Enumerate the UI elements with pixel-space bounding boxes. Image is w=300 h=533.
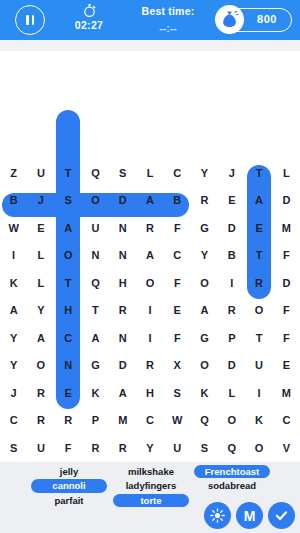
- grid-cell-r2c10[interactable]: A: [245, 187, 272, 215]
- grid-cell-r3c2[interactable]: E: [27, 214, 54, 242]
- puzzle-board: ZUTQSLCYJTLBJSODABREADWEAUNRFGDEMILONNAC…: [0, 51, 300, 462]
- grid-cell-r5c7[interactable]: F: [164, 269, 191, 297]
- pause-icon: [26, 15, 29, 25]
- grid-cell-r2c7[interactable]: B: [164, 187, 191, 215]
- coins-value: 800: [245, 9, 289, 30]
- grid-cell-r8c6[interactable]: R: [136, 352, 163, 380]
- grid-cell-r5c10[interactable]: R: [245, 269, 272, 297]
- grid-cell-r3c1[interactable]: W: [0, 214, 27, 242]
- grid-cell-r6c11[interactable]: F: [273, 297, 300, 325]
- grid-cell-r6c4[interactable]: T: [82, 297, 109, 325]
- grid-cell-r3c11[interactable]: M: [273, 214, 300, 242]
- grid-cell-r3c8[interactable]: G: [191, 214, 218, 242]
- grid-cell-r6c5[interactable]: R: [109, 297, 136, 325]
- grid-cell-r9c5[interactable]: A: [109, 379, 136, 407]
- word-item-jelly: jelly: [28, 464, 110, 479]
- grid-cell-r2c4[interactable]: O: [82, 187, 109, 215]
- grid-cell-r8c3[interactable]: N: [55, 352, 82, 380]
- grid-cell-r4c6[interactable]: A: [136, 242, 163, 270]
- best-time-value: --:--: [126, 22, 210, 34]
- grid-cell-r4c2[interactable]: L: [27, 242, 54, 270]
- grid-cell-r7c1[interactable]: Y: [0, 324, 27, 352]
- grid-cell-r3c5[interactable]: N: [109, 214, 136, 242]
- grid-cell-r2c2[interactable]: J: [27, 187, 54, 215]
- grid-cell-r11c11[interactable]: V: [273, 434, 300, 462]
- grid-cell-r10c10[interactable]: K: [245, 407, 272, 435]
- grid-cell-r1c1[interactable]: Z: [0, 159, 27, 187]
- grid-cell-r2c1[interactable]: B: [0, 187, 27, 215]
- word-item-parfait: parfait: [28, 493, 110, 508]
- grid-cell-r6c9[interactable]: R: [218, 297, 245, 325]
- grid-cell-r7c2[interactable]: A: [27, 324, 54, 352]
- grid-cell-r4c9[interactable]: B: [218, 242, 245, 270]
- grid-cell-r10c1[interactable]: C: [0, 407, 27, 435]
- grid-cell-r3c9[interactable]: D: [218, 214, 245, 242]
- grid-cell-r9c6[interactable]: H: [136, 379, 163, 407]
- grid-cell-r5c11[interactable]: D: [273, 269, 300, 297]
- grid-cell-r9c9[interactable]: L: [218, 379, 245, 407]
- letter-grid: ZUTQSLCYJTLBJSODABREADWEAUNRFGDEMILONNAC…: [0, 159, 300, 462]
- grid-cell-r11c1[interactable]: S: [0, 434, 27, 462]
- grid-cell-r8c4[interactable]: G: [82, 352, 109, 380]
- grid-cell-r11c9[interactable]: Q: [218, 434, 245, 462]
- grid-cell-r1c6[interactable]: L: [136, 159, 163, 187]
- grid-cell-r1c10[interactable]: T: [245, 159, 272, 187]
- grid-cell-r8c8[interactable]: O: [191, 352, 218, 380]
- word-item-cannoli: cannoli: [28, 479, 110, 494]
- grid-cell-r1c5[interactable]: S: [109, 159, 136, 187]
- grid-cell-r4c4[interactable]: N: [82, 242, 109, 270]
- grid-cell-r9c4[interactable]: K: [82, 379, 109, 407]
- grid-cell-r2c11[interactable]: D: [273, 187, 300, 215]
- grid-cell-r6c8[interactable]: A: [191, 297, 218, 325]
- grid-cell-r1c9[interactable]: J: [218, 159, 245, 187]
- grid-cell-r10c2[interactable]: R: [27, 407, 54, 435]
- grid-cell-r10c3[interactable]: R: [55, 407, 82, 435]
- grid-cell-r7c10[interactable]: T: [245, 324, 272, 352]
- grid-cell-r4c3[interactable]: O: [55, 242, 82, 270]
- grid-cell-r7c5[interactable]: N: [109, 324, 136, 352]
- grid-cell-r10c6[interactable]: C: [136, 407, 163, 435]
- best-time: Best time: --:--: [126, 5, 210, 34]
- grid-cell-r5c5[interactable]: H: [109, 269, 136, 297]
- grid-cell-r8c10[interactable]: U: [245, 352, 272, 380]
- confirm-button[interactable]: [268, 502, 295, 529]
- grid-cell-r3c7[interactable]: F: [164, 214, 191, 242]
- grid-cell-r5c4[interactable]: Q: [82, 269, 109, 297]
- grid-cell-r1c2[interactable]: U: [27, 159, 54, 187]
- grid-cell-r8c9[interactable]: D: [218, 352, 245, 380]
- grid-cell-r4c5[interactable]: N: [109, 242, 136, 270]
- grid-cell-r5c3[interactable]: T: [55, 269, 82, 297]
- word-item-ladyfingers: ladyfingers: [110, 479, 192, 494]
- grid-cell-r5c2[interactable]: L: [27, 269, 54, 297]
- grid-cell-r7c6[interactable]: I: [136, 324, 163, 352]
- grid-cell-r10c5[interactable]: M: [109, 407, 136, 435]
- money-bag-icon: [215, 5, 244, 34]
- grid-cell-r5c9[interactable]: I: [218, 269, 245, 297]
- grid-cell-r8c11[interactable]: E: [273, 352, 300, 380]
- grid-cell-r11c4[interactable]: R: [82, 434, 109, 462]
- bottom-panel: jellymilkshakeFrenchtoastcannoliladyfing…: [0, 462, 300, 533]
- grid-cell-r6c7[interactable]: E: [164, 297, 191, 325]
- letter-m-icon: M: [244, 508, 256, 524]
- grid-cell-r11c3[interactable]: F: [55, 434, 82, 462]
- grid-cell-r11c7[interactable]: U: [164, 434, 191, 462]
- grid-cell-r7c4[interactable]: A: [82, 324, 109, 352]
- grid-cell-r4c11[interactable]: F: [273, 242, 300, 270]
- timer-value: 02:27: [66, 19, 112, 31]
- grid-cell-r3c3[interactable]: A: [55, 214, 82, 242]
- grid-cell-r11c5[interactable]: R: [109, 434, 136, 462]
- grid-cell-r6c10[interactable]: O: [245, 297, 272, 325]
- word-item-sodabread: sodabread: [192, 479, 272, 494]
- grid-cell-r2c8[interactable]: R: [191, 187, 218, 215]
- grid-cell-r10c9[interactable]: O: [218, 407, 245, 435]
- grid-cell-r8c5[interactable]: D: [109, 352, 136, 380]
- grid-cell-r7c7[interactable]: F: [164, 324, 191, 352]
- grid-cell-r6c6[interactable]: I: [136, 297, 163, 325]
- grid-cell-r10c4[interactable]: P: [82, 407, 109, 435]
- grid-cell-r11c8[interactable]: S: [191, 434, 218, 462]
- grid-cell-r10c8[interactable]: Q: [191, 407, 218, 435]
- grid-cell-r9c2[interactable]: R: [27, 379, 54, 407]
- word-search-screen: 02:27 Best time: --:-- 800 ZUTQSLCYJTLBJ…: [0, 0, 300, 533]
- grid-cell-r2c3[interactable]: S: [55, 187, 82, 215]
- grid-cell-r7c3[interactable]: C: [55, 324, 82, 352]
- magic-button[interactable]: M: [236, 502, 263, 529]
- grid-cell-r4c1[interactable]: I: [0, 242, 27, 270]
- grid-cell-r1c8[interactable]: Y: [191, 159, 218, 187]
- grid-cell-r2c9[interactable]: E: [218, 187, 245, 215]
- grid-cell-r11c10[interactable]: O: [245, 434, 272, 462]
- sparkle-hint-icon: [209, 507, 226, 524]
- grid-cell-r9c10[interactable]: I: [245, 379, 272, 407]
- grid-cell-r1c3[interactable]: T: [55, 159, 82, 187]
- grid-cell-r5c8[interactable]: O: [191, 269, 218, 297]
- grid-cell-r8c7[interactable]: X: [164, 352, 191, 380]
- grid-cell-r7c11[interactable]: F: [273, 324, 300, 352]
- grid-cell-r9c3[interactable]: E: [55, 379, 82, 407]
- timer: 02:27: [66, 3, 112, 31]
- word-item-frenchtoast: Frenchtoast: [192, 464, 272, 479]
- grid-cell-r11c2[interactable]: U: [27, 434, 54, 462]
- word-item-torte: torte: [110, 493, 192, 508]
- grid-cell-r8c2[interactable]: O: [27, 352, 54, 380]
- pause-button[interactable]: [15, 5, 45, 35]
- grid-cell-r9c1[interactable]: J: [0, 379, 27, 407]
- grid-cell-r10c11[interactable]: C: [273, 407, 300, 435]
- grid-cell-r4c7[interactable]: C: [164, 242, 191, 270]
- coins-badge[interactable]: 800: [218, 8, 292, 32]
- grid-cell-r4c8[interactable]: Y: [191, 242, 218, 270]
- word-item-milkshake: milkshake: [110, 464, 192, 479]
- grid-cell-r9c7[interactable]: S: [164, 379, 191, 407]
- grid-cell-r9c8[interactable]: K: [191, 379, 218, 407]
- best-time-label: Best time:: [126, 5, 210, 17]
- top-bar: 02:27 Best time: --:-- 800: [0, 0, 300, 40]
- grid-cell-r3c10[interactable]: E: [245, 214, 272, 242]
- header-divider: [0, 40, 300, 51]
- grid-cell-r2c5[interactable]: D: [109, 187, 136, 215]
- grid-cell-r6c2[interactable]: Y: [27, 297, 54, 325]
- grid-cell-r6c3[interactable]: H: [55, 297, 82, 325]
- grid-cell-r7c8[interactable]: G: [191, 324, 218, 352]
- grid-cell-r8c1[interactable]: Y: [0, 352, 27, 380]
- grid-cell-r5c6[interactable]: O: [136, 269, 163, 297]
- action-buttons: M: [204, 502, 295, 529]
- grid-cell-r1c11[interactable]: L: [273, 159, 300, 187]
- grid-cell-r10c7[interactable]: W: [164, 407, 191, 435]
- hint-button[interactable]: [204, 502, 231, 529]
- grid-cell-r1c4[interactable]: Q: [82, 159, 109, 187]
- grid-cell-r1c7[interactable]: C: [164, 159, 191, 187]
- check-icon: [273, 507, 290, 524]
- grid-cell-r5c1[interactable]: K: [0, 269, 27, 297]
- grid-cell-r6c1[interactable]: A: [0, 297, 27, 325]
- grid-cell-r7c9[interactable]: P: [218, 324, 245, 352]
- stopwatch-icon: [82, 3, 97, 18]
- grid-cell-r3c4[interactable]: U: [82, 214, 109, 242]
- grid-cell-r11c6[interactable]: Y: [136, 434, 163, 462]
- grid-cell-r3c6[interactable]: R: [136, 214, 163, 242]
- grid-cell-r9c11[interactable]: M: [273, 379, 300, 407]
- grid-cell-r2c6[interactable]: A: [136, 187, 163, 215]
- grid-cell-r4c10[interactable]: T: [245, 242, 272, 270]
